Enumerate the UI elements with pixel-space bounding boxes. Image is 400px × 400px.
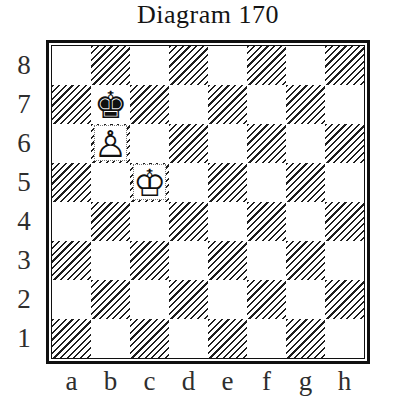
square-a3 <box>52 241 91 280</box>
square-c1 <box>130 319 169 358</box>
file-label-h: h <box>325 366 364 396</box>
rank-label-8: 8 <box>8 46 40 85</box>
square-f5 <box>247 163 286 202</box>
square-f6 <box>247 124 286 163</box>
square-e6 <box>208 124 247 163</box>
square-b6: ♙ <box>91 124 130 163</box>
square-d8 <box>169 46 208 85</box>
file-label-f: f <box>247 366 286 396</box>
square-c5: ♔ <box>130 163 169 202</box>
file-label-c: c <box>130 366 169 396</box>
square-f7 <box>247 85 286 124</box>
square-h3 <box>325 241 364 280</box>
square-f4 <box>247 202 286 241</box>
square-g7 <box>286 85 325 124</box>
square-f3 <box>247 241 286 280</box>
square-a1 <box>52 319 91 358</box>
square-a8 <box>52 46 91 85</box>
rank-label-6: 6 <box>8 124 40 163</box>
square-c2 <box>130 280 169 319</box>
square-d4 <box>169 202 208 241</box>
chess-board-frame: ♚♙♔ <box>46 40 370 364</box>
square-h6 <box>325 124 364 163</box>
chess-board-inner-border: ♚♙♔ <box>51 45 365 359</box>
square-c8 <box>130 46 169 85</box>
chess-board: ♚♙♔ <box>52 46 364 358</box>
square-a2 <box>52 280 91 319</box>
square-c3 <box>130 241 169 280</box>
square-a4 <box>52 202 91 241</box>
square-b3 <box>91 241 130 280</box>
square-h5 <box>325 163 364 202</box>
file-label-g: g <box>286 366 325 396</box>
rank-label-3: 3 <box>8 241 40 280</box>
square-d2 <box>169 280 208 319</box>
black-king-piece: ♚ <box>91 85 130 124</box>
square-b1 <box>91 319 130 358</box>
rank-label-4: 4 <box>8 202 40 241</box>
square-d7 <box>169 85 208 124</box>
rank-label-7: 7 <box>8 85 40 124</box>
square-d6 <box>169 124 208 163</box>
square-g8 <box>286 46 325 85</box>
square-d1 <box>169 319 208 358</box>
square-c4 <box>130 202 169 241</box>
square-a7 <box>52 85 91 124</box>
file-label-d: d <box>169 366 208 396</box>
square-g5 <box>286 163 325 202</box>
square-b8 <box>91 46 130 85</box>
white-pawn-piece: ♙ <box>91 124 130 163</box>
file-labels: abcdefgh <box>52 366 364 396</box>
square-c6 <box>130 124 169 163</box>
square-f2 <box>247 280 286 319</box>
square-b4 <box>91 202 130 241</box>
square-e2 <box>208 280 247 319</box>
square-g2 <box>286 280 325 319</box>
square-e4 <box>208 202 247 241</box>
rank-labels: 87654321 <box>8 46 40 358</box>
square-e1 <box>208 319 247 358</box>
white-king-piece: ♔ <box>130 163 169 202</box>
square-g6 <box>286 124 325 163</box>
square-e8 <box>208 46 247 85</box>
square-g4 <box>286 202 325 241</box>
square-b2 <box>91 280 130 319</box>
file-label-a: a <box>52 366 91 396</box>
square-g1 <box>286 319 325 358</box>
square-f1 <box>247 319 286 358</box>
square-b5 <box>91 163 130 202</box>
square-h2 <box>325 280 364 319</box>
square-d5 <box>169 163 208 202</box>
square-f8 <box>247 46 286 85</box>
rank-label-1: 1 <box>8 319 40 358</box>
square-h7 <box>325 85 364 124</box>
square-e5 <box>208 163 247 202</box>
square-h8 <box>325 46 364 85</box>
file-label-e: e <box>208 366 247 396</box>
square-a5 <box>52 163 91 202</box>
square-h4 <box>325 202 364 241</box>
square-c7 <box>130 85 169 124</box>
square-d3 <box>169 241 208 280</box>
square-g3 <box>286 241 325 280</box>
file-label-b: b <box>91 366 130 396</box>
square-e7 <box>208 85 247 124</box>
square-b7: ♚ <box>91 85 130 124</box>
diagram-title: Diagram 170 <box>46 0 370 30</box>
square-a6 <box>52 124 91 163</box>
square-h1 <box>325 319 364 358</box>
rank-label-2: 2 <box>8 280 40 319</box>
rank-label-5: 5 <box>8 163 40 202</box>
square-e3 <box>208 241 247 280</box>
